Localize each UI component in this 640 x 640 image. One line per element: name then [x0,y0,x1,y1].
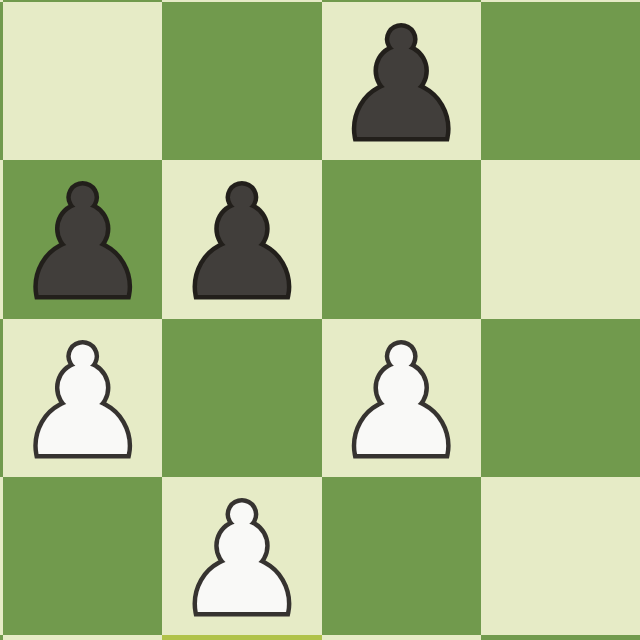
white-pawn[interactable]: ♟♟ [162,481,321,639]
square-r0c3-green[interactable] [481,2,640,160]
square-r2c0-light[interactable]: ♟♟ [3,319,162,477]
square-r2c2-light[interactable]: ♟♟ [322,319,481,477]
square-r1c1-light[interactable]: ♟♟ [162,160,321,318]
board-edge-sliver [3,635,162,640]
black-pawn-icon: ♟ [15,168,149,318]
square-r0c2-light[interactable]: ♟♟ [322,2,481,160]
square-r3c3-light[interactable] [481,477,640,635]
square-r3c1-light[interactable]: ♟♟ [162,477,321,635]
black-pawn-icon: ♟ [334,10,468,160]
board-edge-sliver [322,635,481,640]
square-r1c2-green[interactable] [322,160,481,318]
square-r0c1-green[interactable] [162,2,321,160]
white-pawn-icon: ♟ [15,327,149,477]
chess-board: ♟♟♟♟♟♟♟♟♟♟♟♟ [0,0,640,640]
square-r2c1-green[interactable] [162,319,321,477]
white-pawn-icon: ♟ [334,327,468,477]
black-pawn[interactable]: ♟♟ [162,164,321,322]
black-pawn-icon: ♟ [175,168,309,318]
board-edge-sliver [162,635,321,640]
black-pawn[interactable]: ♟♟ [322,6,481,164]
board-edge-sliver [481,635,640,640]
square-r3c2-green[interactable] [322,477,481,635]
black-pawn[interactable]: ♟♟ [3,164,162,322]
white-pawn[interactable]: ♟♟ [3,323,162,481]
white-pawn-icon: ♟ [175,485,309,635]
square-r3c0-green[interactable] [3,477,162,635]
square-r2c3-green[interactable] [481,319,640,477]
square-r1c0-green[interactable]: ♟♟ [3,160,162,318]
square-r0c0-light[interactable] [3,2,162,160]
white-pawn[interactable]: ♟♟ [322,323,481,481]
square-r1c3-light[interactable] [481,160,640,318]
